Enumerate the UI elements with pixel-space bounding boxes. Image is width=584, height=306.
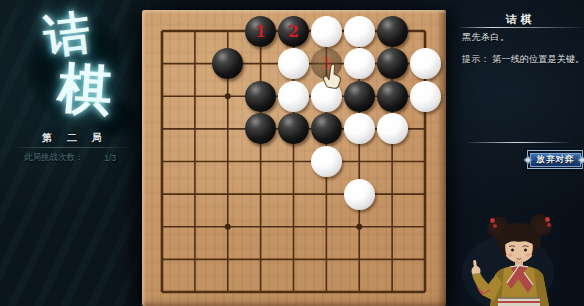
- board-point[interactable]: [343, 210, 376, 243]
- board-point[interactable]: [409, 145, 442, 178]
- board-point[interactable]: [409, 178, 442, 211]
- board-point[interactable]: [277, 145, 310, 178]
- white-stone: [410, 81, 441, 112]
- board-point[interactable]: [178, 15, 211, 48]
- board-point[interactable]: [146, 80, 179, 113]
- board-point[interactable]: [244, 47, 277, 80]
- board-point[interactable]: [343, 243, 376, 276]
- attempts-label: 此局挑战次数：: [24, 152, 84, 164]
- board-point[interactable]: [211, 80, 244, 113]
- board-point[interactable]: [178, 243, 211, 276]
- board-point[interactable]: [178, 145, 211, 178]
- white-stone: [344, 179, 375, 210]
- black-stone: 2: [278, 16, 309, 47]
- black-stone: [377, 81, 408, 112]
- board-point[interactable]: 2: [277, 15, 310, 48]
- board-point[interactable]: [178, 113, 211, 146]
- board-point[interactable]: [211, 113, 244, 146]
- board-point[interactable]: [244, 178, 277, 211]
- board-point[interactable]: [376, 178, 409, 211]
- board-point[interactable]: [178, 47, 211, 80]
- board-point[interactable]: [277, 80, 310, 113]
- board-point[interactable]: [343, 47, 376, 80]
- board-point[interactable]: [376, 15, 409, 48]
- board-point[interactable]: [277, 47, 310, 80]
- board-point[interactable]: [376, 80, 409, 113]
- panel-title: 诘棋: [455, 12, 582, 27]
- board-point[interactable]: [277, 276, 310, 306]
- move-number-label: 1: [245, 16, 276, 47]
- board-point[interactable]: [376, 210, 409, 243]
- board-point[interactable]: [376, 113, 409, 146]
- board-point[interactable]: [211, 243, 244, 276]
- board-point[interactable]: [310, 145, 343, 178]
- white-stone: [311, 146, 342, 177]
- board-point[interactable]: 1: [244, 15, 277, 48]
- character-illustration: [452, 213, 565, 306]
- board-point[interactable]: [343, 178, 376, 211]
- hint-text: 提示： 第一线的位置是关键。: [462, 53, 584, 66]
- white-stone: [377, 113, 408, 144]
- board-point[interactable]: [244, 276, 277, 306]
- board-point[interactable]: [146, 210, 179, 243]
- white-stone: [344, 48, 375, 79]
- round-label: 第 二 局: [22, 131, 122, 145]
- board-point[interactable]: [376, 47, 409, 80]
- board-point[interactable]: [146, 276, 179, 306]
- white-stone: [344, 16, 375, 47]
- board-point[interactable]: [244, 113, 277, 146]
- white-stone: [410, 48, 441, 79]
- board-point[interactable]: [376, 145, 409, 178]
- white-stone: [278, 81, 309, 112]
- go-board[interactable]: 123: [142, 10, 446, 306]
- board-point[interactable]: [343, 80, 376, 113]
- black-stone: [377, 48, 408, 79]
- black-stone: [245, 113, 276, 144]
- board-point[interactable]: [310, 210, 343, 243]
- black-stone: [245, 81, 276, 112]
- black-stone: 1: [245, 16, 276, 47]
- attempts-value: 1/3: [104, 153, 116, 163]
- board-grid: 123: [146, 15, 442, 306]
- objective-text: 黑先杀白。: [462, 31, 510, 44]
- board-point[interactable]: [310, 113, 343, 146]
- board-point[interactable]: [343, 276, 376, 306]
- board-point[interactable]: [146, 145, 179, 178]
- board-point[interactable]: [244, 210, 277, 243]
- give-up-button[interactable]: 放弃对弈: [527, 150, 583, 169]
- board-point[interactable]: [178, 80, 211, 113]
- board-point[interactable]: [310, 243, 343, 276]
- divider: [466, 142, 570, 143]
- black-stone: [344, 81, 375, 112]
- board-point[interactable]: [277, 243, 310, 276]
- board-point[interactable]: [409, 210, 442, 243]
- board-point[interactable]: [409, 47, 442, 80]
- board-point[interactable]: [244, 243, 277, 276]
- black-stone: [377, 16, 408, 47]
- board-point[interactable]: [310, 178, 343, 211]
- board-point[interactable]: [409, 276, 442, 306]
- board-point[interactable]: [310, 276, 343, 306]
- black-stone: [278, 113, 309, 144]
- board-point[interactable]: [310, 15, 343, 48]
- black-stone: [212, 48, 243, 79]
- white-stone: [344, 113, 375, 144]
- board-point[interactable]: [409, 80, 442, 113]
- board-point[interactable]: [146, 15, 179, 48]
- board-point[interactable]: [178, 276, 211, 306]
- board-point[interactable]: [244, 145, 277, 178]
- game-screen: 诘 棋 第 二 局 此局挑战次数： 1/3 123 诘棋 黑先杀白。 提示： 第…: [0, 0, 584, 306]
- board-point[interactable]: [343, 15, 376, 48]
- board-point[interactable]: [211, 210, 244, 243]
- board-point[interactable]: [343, 113, 376, 146]
- puzzle-calligraphy-char-2: 棋: [56, 52, 115, 129]
- board-point[interactable]: [146, 243, 179, 276]
- give-up-button-label: 放弃对弈: [530, 153, 581, 167]
- board-point[interactable]: [343, 145, 376, 178]
- board-point[interactable]: [211, 145, 244, 178]
- board-point[interactable]: [409, 243, 442, 276]
- board-point[interactable]: [146, 178, 179, 211]
- board-point[interactable]: [178, 178, 211, 211]
- board-point[interactable]: [376, 276, 409, 306]
- hand-cursor-icon: [319, 62, 345, 92]
- white-stone: [278, 48, 309, 79]
- board-point[interactable]: [211, 47, 244, 80]
- board-point[interactable]: [277, 113, 310, 146]
- divider: [17, 147, 129, 148]
- board-point[interactable]: [146, 47, 179, 80]
- board-point[interactable]: [178, 210, 211, 243]
- board-point[interactable]: [211, 15, 244, 48]
- divider: [458, 27, 582, 28]
- board-point[interactable]: [211, 276, 244, 306]
- board-point[interactable]: [409, 15, 442, 48]
- board-point[interactable]: [146, 113, 179, 146]
- board-point[interactable]: [277, 210, 310, 243]
- white-stone: [311, 16, 342, 47]
- board-point[interactable]: [211, 178, 244, 211]
- board-point[interactable]: [244, 80, 277, 113]
- move-number-label: 2: [278, 16, 309, 47]
- board-point[interactable]: [376, 243, 409, 276]
- board-point[interactable]: [277, 178, 310, 211]
- black-stone: [311, 113, 342, 144]
- board-point[interactable]: [409, 113, 442, 146]
- attempts-row: 此局挑战次数： 1/3: [24, 152, 116, 164]
